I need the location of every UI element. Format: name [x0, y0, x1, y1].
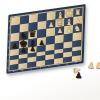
square-b4[interactable]: ♟: [19, 48, 28, 55]
square-h8[interactable]: ♜: [73, 8, 82, 18]
rank-label-5: 5: [8, 40, 9, 42]
square-g6[interactable]: ♟: [64, 25, 73, 34]
black-pawn[interactable]: ♟: [38, 40, 44, 45]
file-label-e: e: [49, 65, 50, 67]
rank-label-3: 3: [8, 53, 9, 55]
file-label-f: f: [57, 64, 58, 66]
chess-set-photo: ♝♚♜♟♛♝♟♞♛♟♟♞♟♚♝♟♟♟ abcdefgh12345678 ♟♟♟♟: [0, 0, 100, 100]
file-label-b: b: [22, 69, 23, 71]
white-knight[interactable]: ♞: [74, 26, 81, 33]
black-pawn[interactable]: ♟: [12, 44, 18, 49]
captured-white-pawn[interactable]: ♟: [95, 63, 100, 70]
white-bishop[interactable]: ♝: [65, 19, 72, 26]
square-f6[interactable]: ♟: [55, 26, 64, 35]
captured-black-pawn[interactable]: ♟: [75, 73, 82, 80]
square-h6[interactable]: ♞: [73, 24, 82, 33]
square-a5[interactable]: ♟: [10, 41, 19, 51]
rank-label-6: 6: [8, 33, 9, 35]
white-queen[interactable]: ♛: [56, 19, 64, 27]
white-rook[interactable]: ♜: [74, 10, 81, 17]
square-c4[interactable]: ♟: [28, 46, 37, 53]
file-label-g: g: [66, 63, 67, 65]
square-d5[interactable]: ♟: [37, 37, 46, 47]
rank-label-4: 4: [8, 46, 9, 48]
rank-label-7: 7: [9, 27, 10, 29]
file-label-h: h: [75, 61, 76, 63]
white-pawn[interactable]: ♟: [66, 28, 72, 33]
chess-board: ♝♚♜♟♛♝♟♞♛♟♟♞♟♚♝♟♟♟: [9, 8, 82, 71]
rank-label-1: 1: [7, 66, 8, 68]
board-frame: ♝♚♜♟♛♝♟♞♛♟♟♞♟♚♝♟♟♟ abcdefgh12345678: [6, 4, 85, 74]
rank-label-2: 2: [7, 60, 8, 62]
rank-label-8: 8: [9, 20, 10, 22]
square-e7[interactable]: ♟: [46, 20, 55, 29]
file-label-c: c: [31, 68, 32, 70]
file-label-d: d: [40, 66, 41, 68]
white-pawn[interactable]: ♟: [57, 30, 63, 35]
black-pawn[interactable]: ♟: [20, 48, 26, 53]
black-pawn[interactable]: ♟: [29, 47, 35, 52]
file-label-a: a: [13, 70, 14, 72]
white-pawn[interactable]: ♟: [48, 23, 54, 28]
captured-white-pawn[interactable]: ♟: [87, 63, 95, 71]
